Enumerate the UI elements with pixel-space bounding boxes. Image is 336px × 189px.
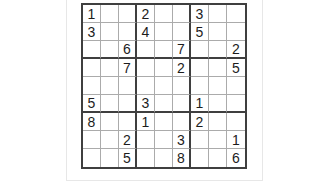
cell-r7c1[interactable]: 8 xyxy=(83,113,101,131)
cell-r1c9[interactable] xyxy=(227,5,245,23)
cell-r9c3[interactable]: 5 xyxy=(119,149,137,167)
cell-r5c5[interactable] xyxy=(155,77,173,95)
cell-r8c4[interactable] xyxy=(137,131,155,149)
cell-r5c7[interactable] xyxy=(191,77,209,95)
cell-r1c4[interactable]: 2 xyxy=(137,5,155,23)
cell-r5c4[interactable] xyxy=(137,77,155,95)
cell-r7c7[interactable]: 2 xyxy=(191,113,209,131)
cell-r7c3[interactable] xyxy=(119,113,137,131)
cell-r3c4[interactable] xyxy=(137,41,155,59)
cell-r4c8[interactable] xyxy=(209,59,227,77)
cell-r2c6[interactable] xyxy=(173,23,191,41)
cell-r4c1[interactable] xyxy=(83,59,101,77)
cell-r2c1[interactable]: 3 xyxy=(83,23,101,41)
cell-r9c4[interactable] xyxy=(137,149,155,167)
cell-r8c6[interactable]: 3 xyxy=(173,131,191,149)
cell-r8c1[interactable] xyxy=(83,131,101,149)
cell-r9c8[interactable] xyxy=(209,149,227,167)
cell-r3c8[interactable] xyxy=(209,41,227,59)
cell-r3c3[interactable]: 6 xyxy=(119,41,137,59)
sudoku-board: 123345672725531812231586 xyxy=(81,3,247,169)
cell-r4c3[interactable]: 7 xyxy=(119,59,137,77)
cell-r7c8[interactable] xyxy=(209,113,227,131)
cell-r5c9[interactable] xyxy=(227,77,245,95)
cell-r2c3[interactable] xyxy=(119,23,137,41)
cell-r5c2[interactable] xyxy=(101,77,119,95)
cell-r1c6[interactable] xyxy=(173,5,191,23)
cell-r7c6[interactable] xyxy=(173,113,191,131)
cell-r2c5[interactable] xyxy=(155,23,173,41)
cell-r7c5[interactable] xyxy=(155,113,173,131)
cell-r1c5[interactable] xyxy=(155,5,173,23)
cell-r9c2[interactable] xyxy=(101,149,119,167)
cell-r4c2[interactable] xyxy=(101,59,119,77)
cell-r1c2[interactable] xyxy=(101,5,119,23)
cell-r9c9[interactable]: 6 xyxy=(227,149,245,167)
cell-r6c5[interactable] xyxy=(155,95,173,113)
cell-r5c3[interactable] xyxy=(119,77,137,95)
cell-r8c7[interactable] xyxy=(191,131,209,149)
cell-r8c3[interactable]: 2 xyxy=(119,131,137,149)
cell-r6c1[interactable]: 5 xyxy=(83,95,101,113)
cell-r6c6[interactable] xyxy=(173,95,191,113)
cell-r8c9[interactable]: 1 xyxy=(227,131,245,149)
cell-r9c5[interactable] xyxy=(155,149,173,167)
cell-r4c5[interactable] xyxy=(155,59,173,77)
cell-r3c9[interactable]: 2 xyxy=(227,41,245,59)
cell-r6c2[interactable] xyxy=(101,95,119,113)
cell-r2c8[interactable] xyxy=(209,23,227,41)
cell-r2c2[interactable] xyxy=(101,23,119,41)
cell-r5c6[interactable] xyxy=(173,77,191,95)
cell-r5c8[interactable] xyxy=(209,77,227,95)
cell-r6c7[interactable]: 1 xyxy=(191,95,209,113)
cell-r7c4[interactable]: 1 xyxy=(137,113,155,131)
cell-r9c6[interactable]: 8 xyxy=(173,149,191,167)
cell-r8c2[interactable] xyxy=(101,131,119,149)
cell-r1c3[interactable] xyxy=(119,5,137,23)
cell-r3c6[interactable]: 7 xyxy=(173,41,191,59)
cell-r3c2[interactable] xyxy=(101,41,119,59)
cell-r4c6[interactable]: 2 xyxy=(173,59,191,77)
cell-r2c9[interactable] xyxy=(227,23,245,41)
cell-r9c1[interactable] xyxy=(83,149,101,167)
cell-r4c4[interactable] xyxy=(137,59,155,77)
sudoku-card: 123345672725531812231586 xyxy=(66,0,263,181)
cell-r5c1[interactable] xyxy=(83,77,101,95)
cell-r7c2[interactable] xyxy=(101,113,119,131)
cell-r2c4[interactable]: 4 xyxy=(137,23,155,41)
cell-r9c7[interactable] xyxy=(191,149,209,167)
cell-r6c4[interactable]: 3 xyxy=(137,95,155,113)
cell-r2c7[interactable]: 5 xyxy=(191,23,209,41)
cell-r7c9[interactable] xyxy=(227,113,245,131)
cell-r1c7[interactable]: 3 xyxy=(191,5,209,23)
cell-r8c8[interactable] xyxy=(209,131,227,149)
cell-r8c5[interactable] xyxy=(155,131,173,149)
cell-r3c5[interactable] xyxy=(155,41,173,59)
cell-r1c8[interactable] xyxy=(209,5,227,23)
cell-r4c9[interactable]: 5 xyxy=(227,59,245,77)
cell-r4c7[interactable] xyxy=(191,59,209,77)
cell-r1c1[interactable]: 1 xyxy=(83,5,101,23)
cell-r6c3[interactable] xyxy=(119,95,137,113)
cell-r3c1[interactable] xyxy=(83,41,101,59)
cell-r6c8[interactable] xyxy=(209,95,227,113)
cell-r3c7[interactable] xyxy=(191,41,209,59)
cell-r6c9[interactable] xyxy=(227,95,245,113)
